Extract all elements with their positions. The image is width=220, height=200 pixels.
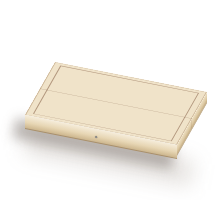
chess-set-photo	[0, 0, 220, 200]
box-nail	[95, 136, 97, 138]
